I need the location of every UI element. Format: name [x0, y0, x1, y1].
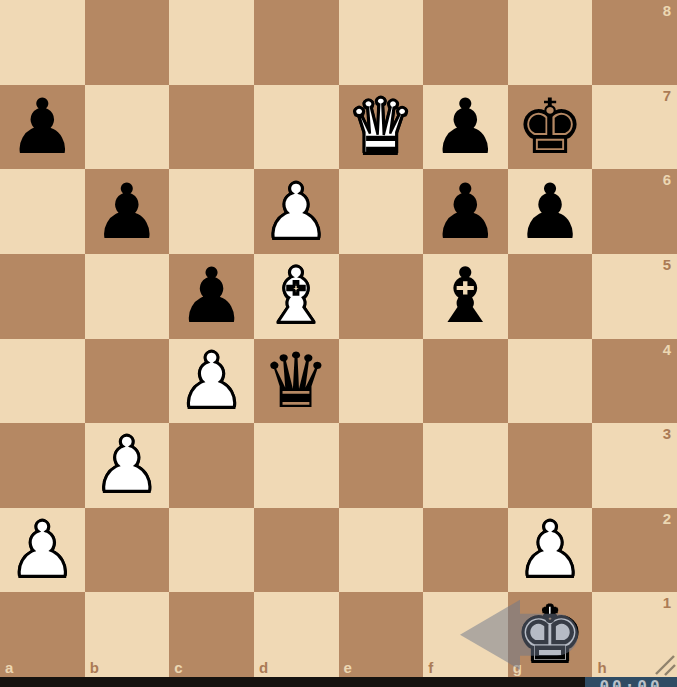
- square-e6[interactable]: [339, 169, 424, 254]
- square-c8[interactable]: [169, 0, 254, 85]
- rank-label-5: 5: [663, 257, 671, 272]
- square-c1[interactable]: c: [169, 592, 254, 677]
- file-label-d: d: [259, 660, 268, 675]
- square-g4[interactable]: [508, 339, 593, 424]
- square-f7[interactable]: ♟: [423, 85, 508, 170]
- square-d6[interactable]: ♟: [254, 169, 339, 254]
- square-g1[interactable]: ♚g: [508, 592, 593, 677]
- square-f2[interactable]: [423, 508, 508, 593]
- square-e1[interactable]: e: [339, 592, 424, 677]
- square-c4[interactable]: ♟: [169, 339, 254, 424]
- square-d4[interactable]: ♛: [254, 339, 339, 424]
- square-g6[interactable]: ♟: [508, 169, 593, 254]
- square-f5[interactable]: ♝: [423, 254, 508, 339]
- square-g8[interactable]: [508, 0, 593, 85]
- file-label-b: b: [90, 660, 99, 675]
- resize-grip-icon: [656, 656, 675, 675]
- square-a2[interactable]: ♟: [0, 508, 85, 593]
- chess-board: 8♟♛♟♚7♟♟♟♟6♟♝♝5♟♛4♟3♟♟2abcdef♚g1h: [0, 0, 677, 677]
- square-d5[interactable]: ♝: [254, 254, 339, 339]
- square-f6[interactable]: ♟: [423, 169, 508, 254]
- square-b7[interactable]: [85, 85, 170, 170]
- piece-black-pawn[interactable]: ♟: [423, 85, 508, 170]
- rank-label-6: 6: [663, 172, 671, 187]
- square-d3[interactable]: [254, 423, 339, 508]
- square-b1[interactable]: b: [85, 592, 170, 677]
- square-h3[interactable]: 3: [592, 423, 677, 508]
- square-b8[interactable]: [85, 0, 170, 85]
- rank-label-1: 1: [663, 595, 671, 610]
- square-e3[interactable]: [339, 423, 424, 508]
- piece-white-pawn[interactable]: ♟: [508, 508, 593, 593]
- square-e5[interactable]: [339, 254, 424, 339]
- square-f8[interactable]: [423, 0, 508, 85]
- square-c3[interactable]: [169, 423, 254, 508]
- piece-white-pawn[interactable]: ♟: [85, 423, 170, 508]
- square-f1[interactable]: f: [423, 592, 508, 677]
- square-c6[interactable]: [169, 169, 254, 254]
- square-h7[interactable]: 7: [592, 85, 677, 170]
- square-b3[interactable]: ♟: [85, 423, 170, 508]
- piece-black-king[interactable]: ♚: [508, 85, 593, 170]
- square-e2[interactable]: [339, 508, 424, 593]
- square-b5[interactable]: [85, 254, 170, 339]
- piece-black-pawn[interactable]: ♟: [0, 85, 85, 170]
- piece-black-bishop[interactable]: ♝: [423, 254, 508, 339]
- piece-white-pawn[interactable]: ♟: [0, 508, 85, 593]
- square-g2[interactable]: ♟: [508, 508, 593, 593]
- square-c7[interactable]: [169, 85, 254, 170]
- square-a3[interactable]: [0, 423, 85, 508]
- rank-label-2: 2: [663, 511, 671, 526]
- clock-time: 00:00: [599, 679, 662, 687]
- clock-badge: 00:00: [585, 677, 677, 687]
- square-f4[interactable]: [423, 339, 508, 424]
- bottom-bar: 00:00: [0, 677, 677, 687]
- piece-white-pawn[interactable]: ♟: [254, 169, 339, 254]
- square-d7[interactable]: [254, 85, 339, 170]
- square-a7[interactable]: ♟: [0, 85, 85, 170]
- square-f3[interactable]: [423, 423, 508, 508]
- square-d1[interactable]: d: [254, 592, 339, 677]
- square-a8[interactable]: [0, 0, 85, 85]
- square-a5[interactable]: [0, 254, 85, 339]
- square-h5[interactable]: 5: [592, 254, 677, 339]
- file-label-e: e: [344, 660, 352, 675]
- square-e8[interactable]: [339, 0, 424, 85]
- rank-label-3: 3: [663, 426, 671, 441]
- board-resize-handle[interactable]: [652, 652, 676, 676]
- square-g3[interactable]: [508, 423, 593, 508]
- piece-black-pawn[interactable]: ♟: [169, 254, 254, 339]
- square-h2[interactable]: 2: [592, 508, 677, 593]
- square-e4[interactable]: [339, 339, 424, 424]
- square-g7[interactable]: ♚: [508, 85, 593, 170]
- square-c5[interactable]: ♟: [169, 254, 254, 339]
- square-d2[interactable]: [254, 508, 339, 593]
- piece-black-pawn[interactable]: ♟: [508, 169, 593, 254]
- piece-black-pawn[interactable]: ♟: [423, 169, 508, 254]
- piece-white-queen[interactable]: ♛: [339, 85, 424, 170]
- file-label-h: h: [597, 660, 606, 675]
- square-h4[interactable]: 4: [592, 339, 677, 424]
- square-b4[interactable]: [85, 339, 170, 424]
- piece-black-queen[interactable]: ♛: [254, 339, 339, 424]
- square-a1[interactable]: a: [0, 592, 85, 677]
- piece-black-pawn[interactable]: ♟: [85, 169, 170, 254]
- square-b2[interactable]: [85, 508, 170, 593]
- square-a6[interactable]: [0, 169, 85, 254]
- file-label-c: c: [174, 660, 182, 675]
- chess-app-window: 8♟♛♟♚7♟♟♟♟6♟♝♝5♟♛4♟3♟♟2abcdef♚g1h 00:00: [0, 0, 677, 687]
- piece-white-bishop[interactable]: ♝: [254, 254, 339, 339]
- rank-label-4: 4: [663, 342, 671, 357]
- rank-label-7: 7: [663, 88, 671, 103]
- square-d8[interactable]: [254, 0, 339, 85]
- rank-label-8: 8: [663, 3, 671, 18]
- square-g5[interactable]: [508, 254, 593, 339]
- square-h6[interactable]: 6: [592, 169, 677, 254]
- file-label-g: g: [513, 660, 522, 675]
- file-label-f: f: [428, 660, 433, 675]
- square-h8[interactable]: 8: [592, 0, 677, 85]
- square-c2[interactable]: [169, 508, 254, 593]
- square-a4[interactable]: [0, 339, 85, 424]
- square-b6[interactable]: ♟: [85, 169, 170, 254]
- square-e7[interactable]: ♛: [339, 85, 424, 170]
- file-label-a: a: [5, 660, 13, 675]
- piece-white-pawn[interactable]: ♟: [169, 339, 254, 424]
